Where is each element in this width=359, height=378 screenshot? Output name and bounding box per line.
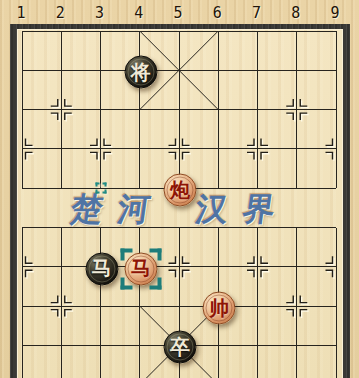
red-horse-piece-selected[interactable]: 马 (124, 252, 157, 285)
file-label-4: 4 (134, 4, 143, 22)
black-general-piece[interactable]: 将 (124, 56, 157, 89)
file-label-6: 6 (213, 4, 222, 22)
piece-glyph: 卒 (170, 336, 190, 356)
xiangqi-board[interactable]: 楚河 汉界 将 炮 马 马 帅 卒 (17, 29, 343, 378)
file-label-9: 9 (330, 4, 339, 22)
file-label-8: 8 (291, 4, 300, 22)
file-label-2: 2 (56, 4, 65, 22)
piece-glyph: 将 (131, 61, 151, 81)
file-label-3: 3 (95, 4, 104, 22)
move-target-marker (95, 183, 106, 194)
piece-glyph: 马 (131, 258, 151, 278)
black-horse-piece[interactable]: 马 (85, 252, 118, 285)
river-label-left: 楚河 (68, 188, 168, 232)
file-label-7: 7 (252, 4, 261, 22)
xiangqi-app: 1 2 3 4 5 6 7 8 9 楚河 汉界 将 炮 马 马 帅 (0, 0, 359, 378)
piece-glyph: 帅 (209, 297, 229, 317)
piece-glyph: 马 (92, 258, 112, 278)
file-label-5: 5 (173, 4, 182, 22)
black-soldier-piece[interactable]: 卒 (164, 331, 197, 364)
river-label-right: 汉界 (193, 188, 293, 232)
file-label-1: 1 (16, 4, 25, 22)
red-cannon-piece[interactable]: 炮 (164, 174, 197, 207)
red-general-piece[interactable]: 帅 (203, 292, 236, 325)
piece-glyph: 炮 (170, 179, 190, 199)
